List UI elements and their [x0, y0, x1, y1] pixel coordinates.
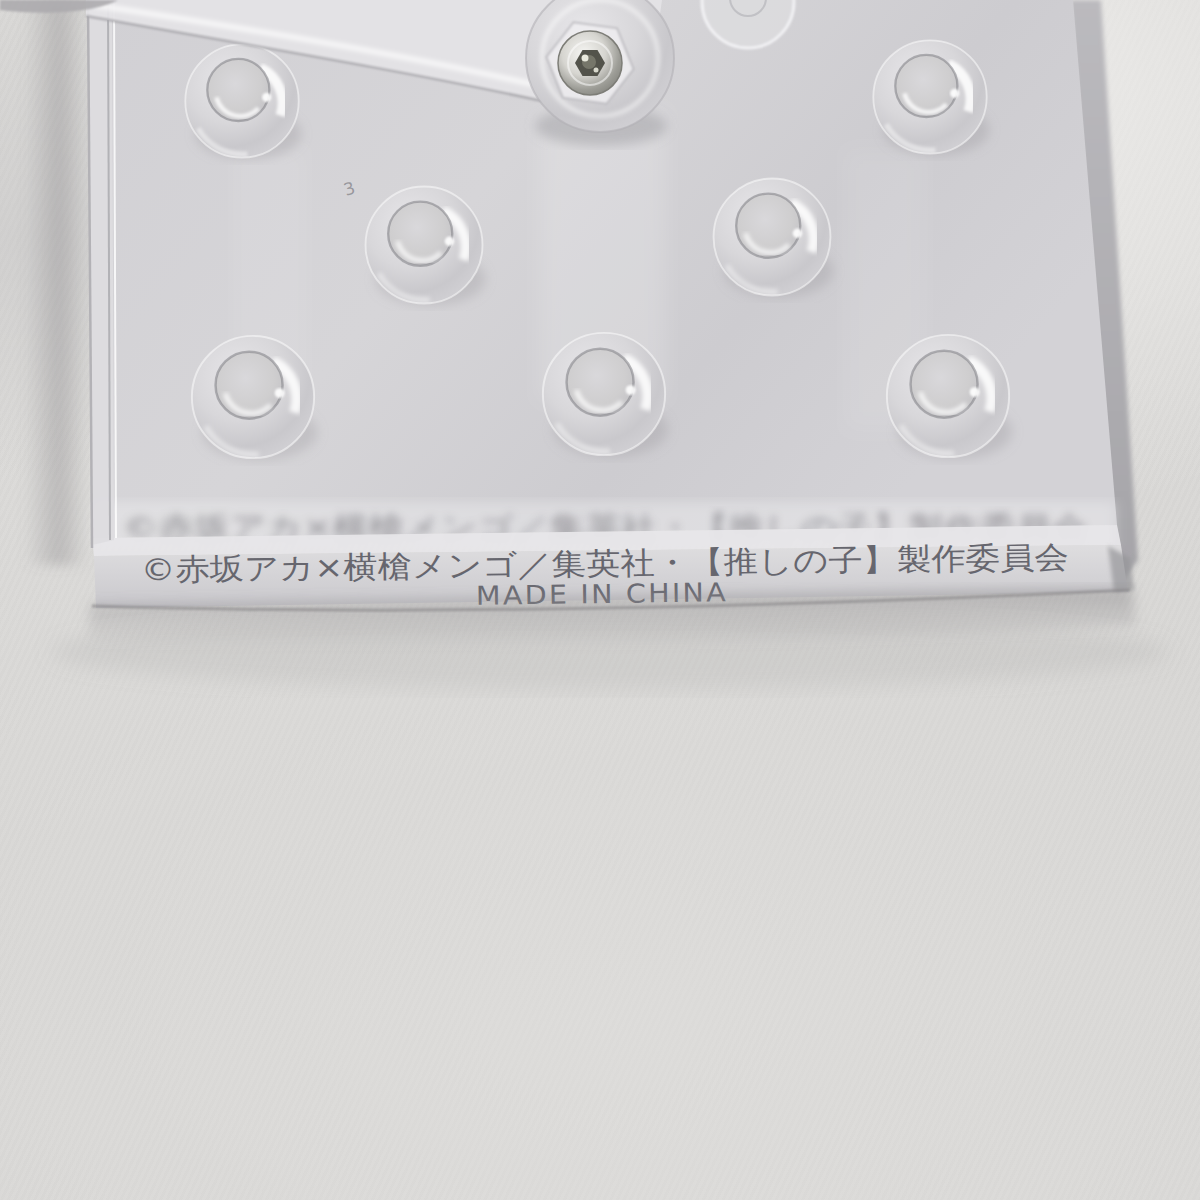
arm-joint	[526, 0, 674, 146]
screw-glint	[594, 68, 599, 73]
photo-scene: ©赤坂アカ×横槍メンゴ／集英社・【推しの子】製作委員会 3	[0, 0, 1200, 1200]
base-soft-shadow	[50, 614, 1170, 690]
screw-glint	[582, 55, 589, 62]
base-left-cast-shadow	[24, 0, 88, 565]
figure-base-illustration: ©赤坂アカ×横槍メンゴ／集英社・【推しの子】製作委員会 3	[0, 0, 1200, 1200]
